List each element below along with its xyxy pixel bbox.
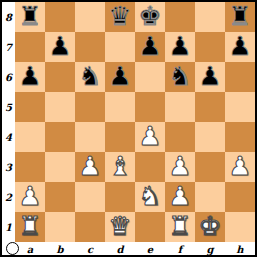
black-rook[interactable]: ♜ xyxy=(15,2,45,32)
square-b1[interactable] xyxy=(45,212,75,242)
square-b8[interactable] xyxy=(45,2,75,32)
square-d6[interactable]: ♟ xyxy=(105,62,135,92)
square-d2[interactable] xyxy=(105,182,135,212)
square-c6[interactable]: ♞ xyxy=(75,62,105,92)
black-pawn[interactable]: ♟ xyxy=(225,32,255,62)
square-d4[interactable] xyxy=(105,122,135,152)
square-d5[interactable] xyxy=(105,92,135,122)
white-pawn[interactable]: ♟ xyxy=(15,182,45,212)
white-king[interactable]: ♚ xyxy=(195,212,225,242)
rank-labels: 87654321 xyxy=(2,2,15,242)
white-pawn[interactable]: ♟ xyxy=(225,152,255,182)
white-rook[interactable]: ♜ xyxy=(165,212,195,242)
black-rook[interactable]: ♜ xyxy=(225,2,255,32)
square-b2[interactable] xyxy=(45,182,75,212)
chess-board: ♜♛♚♜♟♟♟♟♟♞♟♞♟♟♟♝♟♟♟♞♟♜♛♜♚ xyxy=(15,2,255,242)
square-a6[interactable]: ♟ xyxy=(15,62,45,92)
file-label-e: e xyxy=(135,243,165,255)
rank-label-4: 4 xyxy=(2,122,15,152)
square-c4[interactable] xyxy=(75,122,105,152)
file-labels: abcdefgh xyxy=(15,243,255,255)
square-h7[interactable]: ♟ xyxy=(225,32,255,62)
square-g6[interactable]: ♟ xyxy=(195,62,225,92)
file-label-h: h xyxy=(225,243,255,255)
square-e4[interactable]: ♟ xyxy=(135,122,165,152)
square-g3[interactable] xyxy=(195,152,225,182)
rank-label-1: 1 xyxy=(2,212,15,242)
square-c7[interactable] xyxy=(75,32,105,62)
square-a5[interactable] xyxy=(15,92,45,122)
white-pawn[interactable]: ♟ xyxy=(135,122,165,152)
square-c8[interactable] xyxy=(75,2,105,32)
square-h1[interactable] xyxy=(225,212,255,242)
black-knight[interactable]: ♞ xyxy=(75,62,105,92)
square-c1[interactable] xyxy=(75,212,105,242)
white-pawn[interactable]: ♟ xyxy=(165,182,195,212)
file-label-f: f xyxy=(165,243,195,255)
square-f7[interactable]: ♟ xyxy=(165,32,195,62)
square-b5[interactable] xyxy=(45,92,75,122)
square-a4[interactable] xyxy=(15,122,45,152)
white-queen[interactable]: ♛ xyxy=(105,212,135,242)
square-d8[interactable]: ♛ xyxy=(105,2,135,32)
square-f5[interactable] xyxy=(165,92,195,122)
square-e3[interactable] xyxy=(135,152,165,182)
square-b4[interactable] xyxy=(45,122,75,152)
square-c3[interactable]: ♟ xyxy=(75,152,105,182)
rank-label-5: 5 xyxy=(2,92,15,122)
square-f4[interactable] xyxy=(165,122,195,152)
square-g5[interactable] xyxy=(195,92,225,122)
square-c2[interactable] xyxy=(75,182,105,212)
square-h3[interactable]: ♟ xyxy=(225,152,255,182)
square-g8[interactable] xyxy=(195,2,225,32)
black-queen[interactable]: ♛ xyxy=(105,2,135,32)
square-h5[interactable] xyxy=(225,92,255,122)
black-pawn[interactable]: ♟ xyxy=(15,62,45,92)
square-e1[interactable] xyxy=(135,212,165,242)
side-to-move-indicator xyxy=(6,242,19,255)
square-b7[interactable]: ♟ xyxy=(45,32,75,62)
square-e2[interactable]: ♞ xyxy=(135,182,165,212)
white-bishop[interactable]: ♝ xyxy=(105,152,135,182)
file-label-d: d xyxy=(105,243,135,255)
square-a2[interactable]: ♟ xyxy=(15,182,45,212)
square-g7[interactable] xyxy=(195,32,225,62)
square-a7[interactable] xyxy=(15,32,45,62)
rank-label-8: 8 xyxy=(2,2,15,32)
square-d3[interactable]: ♝ xyxy=(105,152,135,182)
white-knight[interactable]: ♞ xyxy=(135,182,165,212)
square-a3[interactable] xyxy=(15,152,45,182)
square-g4[interactable] xyxy=(195,122,225,152)
black-knight[interactable]: ♞ xyxy=(165,62,195,92)
square-a1[interactable]: ♜ xyxy=(15,212,45,242)
square-f6[interactable]: ♞ xyxy=(165,62,195,92)
white-pawn[interactable]: ♟ xyxy=(165,152,195,182)
square-h4[interactable] xyxy=(225,122,255,152)
rank-label-3: 3 xyxy=(2,152,15,182)
file-label-a: a xyxy=(15,243,45,255)
square-g2[interactable] xyxy=(195,182,225,212)
square-f3[interactable]: ♟ xyxy=(165,152,195,182)
square-b6[interactable] xyxy=(45,62,75,92)
file-label-g: g xyxy=(195,243,225,255)
rank-label-2: 2 xyxy=(2,182,15,212)
square-d1[interactable]: ♛ xyxy=(105,212,135,242)
file-label-b: b xyxy=(45,243,75,255)
square-b3[interactable] xyxy=(45,152,75,182)
square-c5[interactable] xyxy=(75,92,105,122)
square-h8[interactable]: ♜ xyxy=(225,2,255,32)
square-e6[interactable] xyxy=(135,62,165,92)
square-g1[interactable]: ♚ xyxy=(195,212,225,242)
black-pawn[interactable]: ♟ xyxy=(105,62,135,92)
square-h2[interactable] xyxy=(225,182,255,212)
white-pawn[interactable]: ♟ xyxy=(75,152,105,182)
square-f2[interactable]: ♟ xyxy=(165,182,195,212)
black-pawn[interactable]: ♟ xyxy=(135,32,165,62)
square-f1[interactable]: ♜ xyxy=(165,212,195,242)
square-e8[interactable]: ♚ xyxy=(135,2,165,32)
square-a8[interactable]: ♜ xyxy=(15,2,45,32)
black-pawn[interactable]: ♟ xyxy=(165,32,195,62)
rank-label-6: 6 xyxy=(2,62,15,92)
black-pawn[interactable]: ♟ xyxy=(45,32,75,62)
square-e7[interactable]: ♟ xyxy=(135,32,165,62)
white-rook[interactable]: ♜ xyxy=(15,212,45,242)
black-pawn[interactable]: ♟ xyxy=(195,62,225,92)
file-label-c: c xyxy=(75,243,105,255)
square-d7[interactable] xyxy=(105,32,135,62)
rank-label-7: 7 xyxy=(2,32,15,62)
square-h6[interactable] xyxy=(225,62,255,92)
square-e5[interactable] xyxy=(135,92,165,122)
square-f8[interactable] xyxy=(165,2,195,32)
chess-diagram: 87654321 ♜♛♚♜♟♟♟♟♟♞♟♞♟♟♟♝♟♟♟♞♟♜♛♜♚ abcde… xyxy=(0,0,257,257)
black-king[interactable]: ♚ xyxy=(135,2,165,32)
